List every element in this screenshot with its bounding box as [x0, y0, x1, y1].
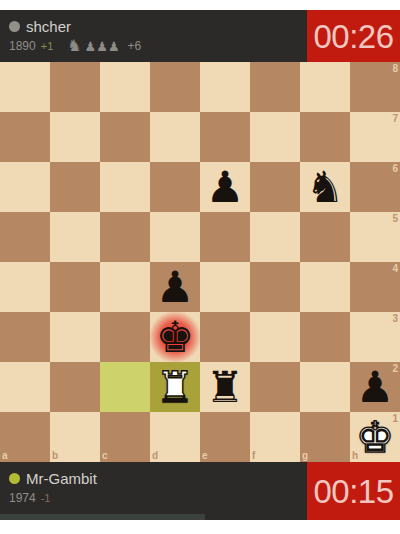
top-material-advantage: +6: [128, 39, 142, 53]
file-label-c: c: [102, 451, 108, 461]
square-h4[interactable]: 4: [350, 262, 400, 312]
top-captured-pieces-tray: ♞♟♟♟: [67, 38, 119, 54]
square-d3[interactable]: ♚: [150, 312, 200, 362]
file-label-d: d: [152, 451, 158, 461]
square-c5[interactable]: [100, 212, 150, 262]
black-rook[interactable]: ♜: [200, 362, 250, 412]
square-f3[interactable]: [250, 312, 300, 362]
white-king[interactable]: ♚: [350, 412, 400, 462]
square-a4[interactable]: [0, 262, 50, 312]
square-h5[interactable]: 5: [350, 212, 400, 262]
square-a7[interactable]: [0, 112, 50, 162]
square-h2[interactable]: 2♟: [350, 362, 400, 412]
rank-label-5: 5: [392, 214, 398, 224]
square-g8[interactable]: [300, 62, 350, 112]
square-h1[interactable]: 1h♚: [350, 412, 400, 462]
bottom-player-name: Mr-Gambit: [26, 470, 97, 487]
square-c8[interactable]: [100, 62, 150, 112]
top-clock-time: 00:26: [313, 20, 393, 53]
square-g2[interactable]: [300, 362, 350, 412]
square-g1[interactable]: g: [300, 412, 350, 462]
square-a6[interactable]: [0, 162, 50, 212]
square-g5[interactable]: [300, 212, 350, 262]
top-player-bar: shcher 1890 +1 ♞♟♟♟ +6 00:26: [0, 10, 400, 62]
black-pawn[interactable]: ♟: [350, 362, 400, 412]
square-c3[interactable]: [100, 312, 150, 362]
square-f8[interactable]: [250, 62, 300, 112]
top-player-name: shcher: [26, 18, 71, 35]
square-b1[interactable]: b: [50, 412, 100, 462]
square-b8[interactable]: [50, 62, 100, 112]
square-f7[interactable]: [250, 112, 300, 162]
bottom-player-status-icon: [9, 473, 20, 484]
square-h6[interactable]: 6: [350, 162, 400, 212]
square-b2[interactable]: [50, 362, 100, 412]
square-g6[interactable]: ♞: [300, 162, 350, 212]
square-d5[interactable]: [150, 212, 200, 262]
rank-label-8: 8: [392, 64, 398, 74]
square-h8[interactable]: 8: [350, 62, 400, 112]
square-a1[interactable]: a: [0, 412, 50, 462]
black-pawn[interactable]: ♟: [200, 162, 250, 212]
bottom-player-bar: Mr-Gambit 1974 -1 00:15: [0, 462, 400, 520]
file-label-g: g: [302, 451, 308, 461]
square-f5[interactable]: [250, 212, 300, 262]
square-c1[interactable]: c: [100, 412, 150, 462]
chess-board: 87♟♞65♟4♚3♜♜2♟abcdefg1h♚: [0, 62, 400, 462]
square-d7[interactable]: [150, 112, 200, 162]
square-a8[interactable]: [0, 62, 50, 112]
square-h3[interactable]: 3: [350, 312, 400, 362]
square-b4[interactable]: [50, 262, 100, 312]
square-e7[interactable]: [200, 112, 250, 162]
top-player-rating: 1890: [9, 39, 36, 53]
square-d4[interactable]: ♟: [150, 262, 200, 312]
file-label-f: f: [252, 451, 255, 461]
square-a2[interactable]: [0, 362, 50, 412]
square-e6[interactable]: ♟: [200, 162, 250, 212]
square-e2[interactable]: ♜: [200, 362, 250, 412]
square-e5[interactable]: [200, 212, 250, 262]
square-e4[interactable]: [200, 262, 250, 312]
top-player-info: shcher 1890 +1 ♞♟♟♟ +6: [0, 10, 307, 62]
top-player-rating-diff: +1: [41, 40, 54, 52]
top-player-status-icon: [9, 21, 20, 32]
square-b7[interactable]: [50, 112, 100, 162]
rank-label-4: 4: [392, 264, 398, 274]
square-e1[interactable]: e: [200, 412, 250, 462]
black-pawn[interactable]: ♟: [150, 262, 200, 312]
bottom-clock-time: 00:15: [313, 475, 393, 508]
square-d6[interactable]: [150, 162, 200, 212]
captured-knight-icon: ♞: [67, 38, 81, 54]
square-c6[interactable]: [100, 162, 150, 212]
square-a5[interactable]: [0, 212, 50, 262]
square-d8[interactable]: [150, 62, 200, 112]
square-b3[interactable]: [50, 312, 100, 362]
square-c7[interactable]: [100, 112, 150, 162]
rank-label-7: 7: [392, 114, 398, 124]
black-king[interactable]: ♚: [150, 312, 200, 362]
rank-label-3: 3: [392, 314, 398, 324]
square-e8[interactable]: [200, 62, 250, 112]
file-label-a: a: [2, 451, 8, 461]
square-h7[interactable]: 7: [350, 112, 400, 162]
square-e3[interactable]: [200, 312, 250, 362]
file-label-e: e: [202, 451, 208, 461]
captured-pawn-icon: ♟: [85, 40, 97, 54]
bottom-player-rating-diff: -1: [41, 492, 51, 504]
square-b6[interactable]: [50, 162, 100, 212]
square-g7[interactable]: [300, 112, 350, 162]
square-f2[interactable]: [250, 362, 300, 412]
bottom-player-info: Mr-Gambit 1974 -1: [0, 462, 307, 520]
square-b5[interactable]: [50, 212, 100, 262]
square-c2[interactable]: [100, 362, 150, 412]
square-d1[interactable]: d: [150, 412, 200, 462]
bottom-progress-strip: [0, 514, 205, 520]
captured-pawn-icon: ♟: [96, 40, 108, 54]
file-label-b: b: [52, 451, 58, 461]
bottom-player-clock: 00:15: [307, 462, 400, 520]
square-f1[interactable]: f: [250, 412, 300, 462]
black-knight[interactable]: ♞: [300, 162, 350, 212]
square-d2[interactable]: ♜: [150, 362, 200, 412]
square-a3[interactable]: [0, 312, 50, 362]
rank-label-6: 6: [392, 164, 398, 174]
square-c4[interactable]: [100, 262, 150, 312]
white-rook[interactable]: ♜: [150, 362, 200, 412]
top-player-clock: 00:26: [307, 10, 400, 62]
square-f4[interactable]: [250, 262, 300, 312]
bottom-player-rating: 1974: [9, 491, 36, 505]
square-g3[interactable]: [300, 312, 350, 362]
captured-pawn-icon: ♟: [108, 40, 120, 54]
square-f6[interactable]: [250, 162, 300, 212]
square-g4[interactable]: [300, 262, 350, 312]
